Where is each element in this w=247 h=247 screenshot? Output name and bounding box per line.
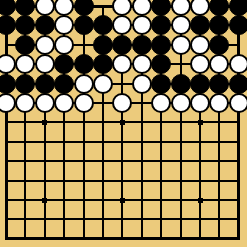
screen xyxy=(0,0,247,247)
black-stone xyxy=(209,35,229,55)
black-stone xyxy=(93,54,113,74)
black-stone xyxy=(15,15,35,35)
white-stone xyxy=(112,54,132,74)
white-stone xyxy=(132,54,152,74)
white-stone xyxy=(112,15,132,35)
black-stone xyxy=(151,54,171,74)
black-stone xyxy=(229,74,247,94)
black-stone xyxy=(229,15,247,35)
white-stone xyxy=(74,93,94,113)
white-stone xyxy=(171,35,191,55)
black-stone xyxy=(151,74,171,94)
white-stone xyxy=(15,54,35,74)
black-stone xyxy=(35,15,55,35)
white-stone xyxy=(171,15,191,35)
white-stone xyxy=(209,93,229,113)
white-stone xyxy=(209,54,229,74)
black-stone xyxy=(151,15,171,35)
white-stone xyxy=(229,54,247,74)
white-stone xyxy=(54,93,74,113)
star-point xyxy=(198,198,203,203)
white-stone xyxy=(112,93,132,113)
white-stone xyxy=(229,93,247,113)
grid-line-horizontal xyxy=(7,180,239,182)
black-stone xyxy=(151,35,171,55)
grid-line-horizontal xyxy=(7,160,239,162)
white-stone xyxy=(74,74,94,94)
white-stone xyxy=(54,35,74,55)
white-stone xyxy=(190,93,210,113)
white-stone xyxy=(93,74,113,94)
black-stone xyxy=(93,15,113,35)
star-point xyxy=(42,198,47,203)
white-stone xyxy=(171,93,191,113)
black-stone xyxy=(74,54,94,74)
white-stone xyxy=(35,93,55,113)
grid-line-horizontal xyxy=(7,141,239,143)
white-stone xyxy=(35,54,55,74)
grid-line-vertical xyxy=(83,7,85,239)
white-stone xyxy=(151,93,171,113)
black-stone xyxy=(190,74,210,94)
white-stone xyxy=(54,15,74,35)
star-point xyxy=(198,120,203,125)
black-stone xyxy=(15,35,35,55)
black-stone xyxy=(54,74,74,94)
white-stone xyxy=(15,93,35,113)
white-stone xyxy=(190,35,210,55)
black-stone xyxy=(35,74,55,94)
star-point xyxy=(42,120,47,125)
star-point xyxy=(120,198,125,203)
black-stone xyxy=(171,74,191,94)
star-point xyxy=(120,120,125,125)
black-stone xyxy=(93,35,113,55)
white-stone xyxy=(35,35,55,55)
black-stone xyxy=(112,35,132,55)
black-stone xyxy=(229,0,247,16)
black-stone xyxy=(15,74,35,94)
black-stone xyxy=(190,15,210,35)
black-stone xyxy=(209,15,229,35)
black-stone xyxy=(74,15,94,35)
white-stone xyxy=(132,15,152,35)
white-stone xyxy=(190,54,210,74)
go-board[interactable] xyxy=(0,0,247,247)
black-stone xyxy=(209,74,229,94)
black-stone xyxy=(132,35,152,55)
grid-line-horizontal xyxy=(7,218,239,220)
black-stone xyxy=(54,54,74,74)
white-stone xyxy=(132,74,152,94)
